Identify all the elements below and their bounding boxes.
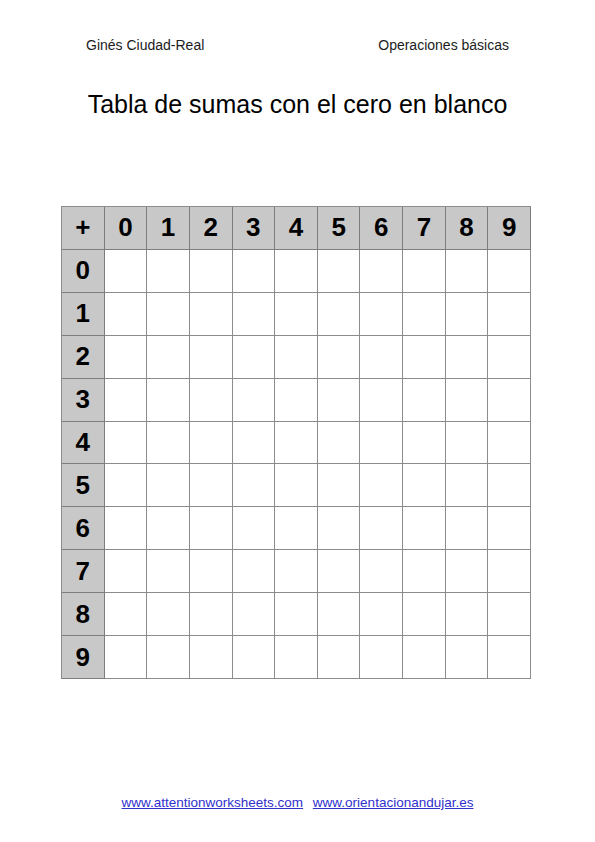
sum-cell-8-2 bbox=[190, 593, 233, 636]
worksheet-page: { "game": "addition-table worksheet (tab… bbox=[0, 0, 595, 842]
document-header: Ginés Ciudad-Real Operaciones básicas bbox=[86, 37, 509, 53]
sum-cell-5-1 bbox=[147, 464, 190, 507]
sum-cell-9-1 bbox=[147, 636, 190, 679]
sum-cell-6-6 bbox=[360, 507, 403, 550]
sum-cell-7-2 bbox=[190, 550, 233, 593]
col-header-7: 7 bbox=[403, 207, 446, 250]
sum-cell-6-1 bbox=[147, 507, 190, 550]
sum-cell-7-0 bbox=[105, 550, 148, 593]
col-header-1: 1 bbox=[147, 207, 190, 250]
sum-cell-6-8 bbox=[446, 507, 489, 550]
row-header-9: 9 bbox=[62, 636, 105, 679]
sum-cell-8-6 bbox=[360, 593, 403, 636]
sum-cell-0-0 bbox=[105, 250, 148, 293]
sum-cell-2-3 bbox=[233, 336, 276, 379]
sum-cell-4-7 bbox=[403, 422, 446, 465]
sum-cell-1-8 bbox=[446, 293, 489, 336]
operator-cell: + bbox=[62, 207, 105, 250]
sum-cell-3-4 bbox=[275, 379, 318, 422]
sum-cell-9-8 bbox=[446, 636, 489, 679]
sum-cell-0-5 bbox=[318, 250, 361, 293]
sum-cell-4-3 bbox=[233, 422, 276, 465]
sum-cell-6-3 bbox=[233, 507, 276, 550]
sum-cell-1-9 bbox=[488, 293, 531, 336]
author-text: Ginés Ciudad-Real bbox=[86, 37, 204, 53]
sum-cell-8-8 bbox=[446, 593, 489, 636]
sum-cell-9-3 bbox=[233, 636, 276, 679]
addition-table: +01234567890123456789 bbox=[61, 206, 531, 679]
sum-cell-6-5 bbox=[318, 507, 361, 550]
sum-cell-3-7 bbox=[403, 379, 446, 422]
sum-cell-6-4 bbox=[275, 507, 318, 550]
sum-cell-5-5 bbox=[318, 464, 361, 507]
col-header-9: 9 bbox=[488, 207, 531, 250]
sum-cell-3-3 bbox=[233, 379, 276, 422]
sum-cell-4-9 bbox=[488, 422, 531, 465]
col-header-4: 4 bbox=[275, 207, 318, 250]
sum-cell-7-1 bbox=[147, 550, 190, 593]
sum-cell-2-9 bbox=[488, 336, 531, 379]
row-header-4: 4 bbox=[62, 422, 105, 465]
sum-cell-5-9 bbox=[488, 464, 531, 507]
row-header-3: 3 bbox=[62, 379, 105, 422]
sum-cell-8-7 bbox=[403, 593, 446, 636]
row-header-1: 1 bbox=[62, 293, 105, 336]
col-header-6: 6 bbox=[360, 207, 403, 250]
sum-cell-2-8 bbox=[446, 336, 489, 379]
sum-cell-1-0 bbox=[105, 293, 148, 336]
sum-cell-7-3 bbox=[233, 550, 276, 593]
sum-cell-0-2 bbox=[190, 250, 233, 293]
sum-cell-5-3 bbox=[233, 464, 276, 507]
sum-cell-7-4 bbox=[275, 550, 318, 593]
sum-cell-5-0 bbox=[105, 464, 148, 507]
row-header-5: 5 bbox=[62, 464, 105, 507]
sum-cell-3-8 bbox=[446, 379, 489, 422]
sum-cell-7-8 bbox=[446, 550, 489, 593]
sum-cell-2-7 bbox=[403, 336, 446, 379]
sum-cell-6-9 bbox=[488, 507, 531, 550]
sum-cell-8-4 bbox=[275, 593, 318, 636]
sum-cell-1-4 bbox=[275, 293, 318, 336]
sum-cell-3-2 bbox=[190, 379, 233, 422]
sum-cell-8-5 bbox=[318, 593, 361, 636]
sum-cell-8-3 bbox=[233, 593, 276, 636]
sum-cell-6-7 bbox=[403, 507, 446, 550]
sum-cell-4-2 bbox=[190, 422, 233, 465]
sum-cell-9-7 bbox=[403, 636, 446, 679]
sum-cell-4-0 bbox=[105, 422, 148, 465]
sum-cell-9-0 bbox=[105, 636, 148, 679]
sum-cell-5-7 bbox=[403, 464, 446, 507]
sum-cell-7-7 bbox=[403, 550, 446, 593]
col-header-3: 3 bbox=[233, 207, 276, 250]
sum-cell-9-6 bbox=[360, 636, 403, 679]
row-header-8: 8 bbox=[62, 593, 105, 636]
sum-cell-7-6 bbox=[360, 550, 403, 593]
sum-cell-0-9 bbox=[488, 250, 531, 293]
sum-cell-5-2 bbox=[190, 464, 233, 507]
sum-cell-4-5 bbox=[318, 422, 361, 465]
document-footer: www.attentionworksheets.com www.orientac… bbox=[0, 795, 595, 810]
sum-cell-1-2 bbox=[190, 293, 233, 336]
sum-cell-2-6 bbox=[360, 336, 403, 379]
sum-cell-3-5 bbox=[318, 379, 361, 422]
sum-cell-9-4 bbox=[275, 636, 318, 679]
sum-cell-9-5 bbox=[318, 636, 361, 679]
sum-cell-6-0 bbox=[105, 507, 148, 550]
sum-cell-4-6 bbox=[360, 422, 403, 465]
sum-cell-0-8 bbox=[446, 250, 489, 293]
sum-cell-6-2 bbox=[190, 507, 233, 550]
sum-cell-2-2 bbox=[190, 336, 233, 379]
row-header-2: 2 bbox=[62, 336, 105, 379]
col-header-2: 2 bbox=[190, 207, 233, 250]
sum-cell-5-6 bbox=[360, 464, 403, 507]
sum-cell-2-1 bbox=[147, 336, 190, 379]
sum-cell-9-2 bbox=[190, 636, 233, 679]
sum-cell-2-4 bbox=[275, 336, 318, 379]
sum-cell-1-5 bbox=[318, 293, 361, 336]
sum-cell-1-7 bbox=[403, 293, 446, 336]
sum-cell-3-9 bbox=[488, 379, 531, 422]
sum-cell-3-6 bbox=[360, 379, 403, 422]
footer-link-orientacionandujar[interactable]: www.orientacionandujar.es bbox=[313, 795, 474, 810]
page-title: Tabla de sumas con el cero en blanco bbox=[0, 90, 595, 119]
sum-cell-8-9 bbox=[488, 593, 531, 636]
sum-cell-8-1 bbox=[147, 593, 190, 636]
sum-cell-8-0 bbox=[105, 593, 148, 636]
sum-cell-4-4 bbox=[275, 422, 318, 465]
row-header-7: 7 bbox=[62, 550, 105, 593]
sum-cell-5-4 bbox=[275, 464, 318, 507]
sum-cell-9-9 bbox=[488, 636, 531, 679]
sum-cell-7-5 bbox=[318, 550, 361, 593]
sum-cell-4-8 bbox=[446, 422, 489, 465]
sum-cell-1-1 bbox=[147, 293, 190, 336]
sum-cell-0-1 bbox=[147, 250, 190, 293]
sum-cell-4-1 bbox=[147, 422, 190, 465]
footer-link-attentionworksheets[interactable]: www.attentionworksheets.com bbox=[122, 795, 304, 810]
col-header-0: 0 bbox=[105, 207, 148, 250]
row-header-0: 0 bbox=[62, 250, 105, 293]
sum-cell-0-4 bbox=[275, 250, 318, 293]
series-text: Operaciones básicas bbox=[378, 37, 509, 53]
sum-cell-0-6 bbox=[360, 250, 403, 293]
col-header-8: 8 bbox=[446, 207, 489, 250]
sum-cell-1-6 bbox=[360, 293, 403, 336]
row-header-6: 6 bbox=[62, 507, 105, 550]
sum-cell-0-7 bbox=[403, 250, 446, 293]
col-header-5: 5 bbox=[318, 207, 361, 250]
sum-cell-3-1 bbox=[147, 379, 190, 422]
sum-cell-7-9 bbox=[488, 550, 531, 593]
sum-cell-2-5 bbox=[318, 336, 361, 379]
sum-cell-5-8 bbox=[446, 464, 489, 507]
sum-cell-3-0 bbox=[105, 379, 148, 422]
sum-cell-0-3 bbox=[233, 250, 276, 293]
sum-cell-1-3 bbox=[233, 293, 276, 336]
sum-cell-2-0 bbox=[105, 336, 148, 379]
